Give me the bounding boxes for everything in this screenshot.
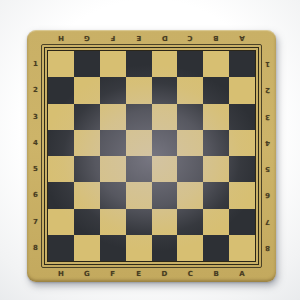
square-f2[interactable] [100, 77, 126, 103]
square-h4[interactable] [48, 130, 74, 156]
square-c5[interactable] [177, 156, 203, 182]
file-labels-top: HGFEDCBA [48, 32, 255, 45]
square-f3[interactable] [100, 104, 126, 130]
square-c8[interactable] [177, 235, 203, 261]
square-f1[interactable] [100, 51, 126, 77]
file-label-top-d: D [152, 32, 178, 45]
square-a8[interactable] [229, 235, 255, 261]
square-c4[interactable] [177, 130, 203, 156]
file-label-bottom-b: B [203, 267, 229, 280]
file-label-top-h: H [48, 32, 74, 45]
square-b2[interactable] [203, 77, 229, 103]
square-h2[interactable] [48, 77, 74, 103]
chessboard: HGFEDCBA HGFEDCBA 12345678 12345678 [27, 30, 276, 282]
board-grid [47, 50, 256, 262]
square-h3[interactable] [48, 104, 74, 130]
square-f5[interactable] [100, 156, 126, 182]
square-g5[interactable] [74, 156, 100, 182]
square-h5[interactable] [48, 156, 74, 182]
square-h8[interactable] [48, 235, 74, 261]
square-h1[interactable] [48, 51, 74, 77]
file-label-top-g: G [74, 32, 100, 45]
file-label-top-c: C [177, 32, 203, 45]
square-a3[interactable] [229, 104, 255, 130]
rank-label-right-1: 1 [261, 51, 274, 77]
square-d2[interactable] [152, 77, 178, 103]
square-a1[interactable] [229, 51, 255, 77]
file-label-bottom-f: F [100, 267, 126, 280]
square-f6[interactable] [100, 182, 126, 208]
square-h6[interactable] [48, 182, 74, 208]
rank-label-right-2: 2 [261, 77, 274, 103]
rank-label-left-3: 3 [29, 104, 42, 130]
rank-label-right-5: 5 [261, 156, 274, 182]
square-e4[interactable] [126, 130, 152, 156]
square-d6[interactable] [152, 182, 178, 208]
file-label-top-e: E [126, 32, 152, 45]
file-label-bottom-a: A [229, 267, 255, 280]
square-b5[interactable] [203, 156, 229, 182]
rank-labels-right: 12345678 [261, 51, 274, 261]
square-b7[interactable] [203, 209, 229, 235]
square-a4[interactable] [229, 130, 255, 156]
rank-labels-left: 12345678 [29, 51, 42, 261]
square-e5[interactable] [126, 156, 152, 182]
square-g8[interactable] [74, 235, 100, 261]
rank-label-right-7: 7 [261, 209, 274, 235]
square-d5[interactable] [152, 156, 178, 182]
file-label-top-b: B [203, 32, 229, 45]
square-f8[interactable] [100, 235, 126, 261]
rank-label-left-2: 2 [29, 77, 42, 103]
file-label-bottom-e: E [126, 267, 152, 280]
rank-label-left-4: 4 [29, 130, 42, 156]
square-c6[interactable] [177, 182, 203, 208]
square-f7[interactable] [100, 209, 126, 235]
square-g1[interactable] [74, 51, 100, 77]
square-b6[interactable] [203, 182, 229, 208]
square-a7[interactable] [229, 209, 255, 235]
rank-label-left-7: 7 [29, 209, 42, 235]
square-e2[interactable] [126, 77, 152, 103]
square-c3[interactable] [177, 104, 203, 130]
square-d7[interactable] [152, 209, 178, 235]
square-a5[interactable] [229, 156, 255, 182]
square-b1[interactable] [203, 51, 229, 77]
square-d3[interactable] [152, 104, 178, 130]
rank-label-left-6: 6 [29, 182, 42, 208]
rank-label-right-6: 6 [261, 182, 274, 208]
square-g6[interactable] [74, 182, 100, 208]
file-label-bottom-g: G [74, 267, 100, 280]
square-d4[interactable] [152, 130, 178, 156]
rank-label-left-8: 8 [29, 235, 42, 261]
file-label-top-f: F [100, 32, 126, 45]
file-label-bottom-h: H [48, 267, 74, 280]
rank-label-right-3: 3 [261, 104, 274, 130]
square-c2[interactable] [177, 77, 203, 103]
square-e3[interactable] [126, 104, 152, 130]
file-label-bottom-c: C [177, 267, 203, 280]
square-g2[interactable] [74, 77, 100, 103]
square-e8[interactable] [126, 235, 152, 261]
square-g7[interactable] [74, 209, 100, 235]
photo-background: HGFEDCBA HGFEDCBA 12345678 12345678 [0, 0, 300, 300]
square-a6[interactable] [229, 182, 255, 208]
square-d1[interactable] [152, 51, 178, 77]
square-h7[interactable] [48, 209, 74, 235]
square-b4[interactable] [203, 130, 229, 156]
square-b8[interactable] [203, 235, 229, 261]
square-c1[interactable] [177, 51, 203, 77]
file-label-bottom-d: D [152, 267, 178, 280]
square-g4[interactable] [74, 130, 100, 156]
file-label-top-a: A [229, 32, 255, 45]
square-b3[interactable] [203, 104, 229, 130]
square-e7[interactable] [126, 209, 152, 235]
square-e6[interactable] [126, 182, 152, 208]
rank-label-left-5: 5 [29, 156, 42, 182]
rank-label-right-4: 4 [261, 130, 274, 156]
square-g3[interactable] [74, 104, 100, 130]
square-d8[interactable] [152, 235, 178, 261]
square-a2[interactable] [229, 77, 255, 103]
square-f4[interactable] [100, 130, 126, 156]
rank-label-left-1: 1 [29, 51, 42, 77]
rank-label-right-8: 8 [261, 235, 274, 261]
playing-area-frame [44, 47, 259, 265]
square-c7[interactable] [177, 209, 203, 235]
square-e1[interactable] [126, 51, 152, 77]
file-labels-bottom: HGFEDCBA [48, 267, 255, 280]
